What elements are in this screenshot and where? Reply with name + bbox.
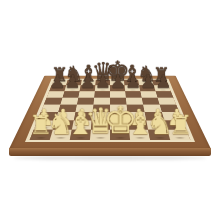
square-d3[interactable]	[92, 112, 110, 120]
square-e1[interactable]: ♚	[110, 130, 130, 140]
piece-black-rook: ♜	[152, 65, 169, 84]
square-b5[interactable]	[60, 98, 78, 105]
piece-contact-shadow	[112, 136, 127, 139]
piece-contact-shadow	[152, 136, 168, 139]
piece-black-rook: ♜	[50, 65, 67, 84]
square-h5[interactable]	[158, 98, 177, 105]
square-a2[interactable]: ♟	[34, 121, 56, 130]
square-c4[interactable]	[75, 105, 93, 113]
square-g5[interactable]	[142, 98, 160, 105]
square-f4[interactable]	[127, 105, 145, 113]
piece-contact-shadow	[172, 136, 188, 139]
square-a1[interactable]: ♜	[30, 130, 53, 140]
board-front-edge	[9, 148, 211, 156]
square-e2[interactable]: ♟	[110, 121, 129, 130]
chess-set-photo: ♜♞♝♛♚♝♞♜♟♟♟♟♟♟♟♟♟♟♟♟♟♟♟♟♜♞♝♛♚♝♞♜	[0, 0, 220, 218]
square-d4[interactable]	[93, 105, 110, 113]
chess-board: ♜♞♝♛♚♝♞♜♟♟♟♟♟♟♟♟♟♟♟♟♟♟♟♟♜♞♝♛♚♝♞♜	[9, 76, 211, 149]
square-e3[interactable]	[110, 112, 128, 120]
square-h1[interactable]: ♜	[167, 130, 190, 140]
square-c3[interactable]	[74, 112, 93, 120]
square-d1[interactable]: ♛	[90, 130, 110, 140]
square-b4[interactable]	[58, 105, 77, 113]
board-drop-shadow	[14, 156, 206, 160]
square-c2[interactable]: ♟	[72, 121, 92, 130]
piece-contact-shadow	[52, 136, 68, 139]
piece-contact-shadow	[132, 136, 148, 139]
square-b1[interactable]: ♞	[50, 130, 72, 140]
piece-contact-shadow	[32, 136, 48, 139]
square-b2[interactable]: ♟	[53, 121, 74, 130]
piece-contact-shadow	[72, 136, 88, 139]
piece-contact-shadow	[92, 136, 107, 139]
square-f2[interactable]: ♟	[128, 121, 148, 130]
board-grid: ♜♞♝♛♚♝♞♜♟♟♟♟♟♟♟♟♟♟♟♟♟♟♟♟♜♞♝♛♚♝♞♜	[25, 79, 195, 142]
square-d5[interactable]	[93, 98, 110, 105]
square-f1[interactable]: ♝	[129, 130, 150, 140]
square-b3[interactable]	[56, 112, 76, 120]
square-e5[interactable]	[110, 98, 127, 105]
square-f5[interactable]	[126, 98, 143, 105]
square-c5[interactable]	[77, 98, 94, 105]
square-f3[interactable]	[127, 112, 146, 120]
square-h3[interactable]	[162, 112, 183, 120]
square-d2[interactable]: ♟	[91, 121, 110, 130]
square-h4[interactable]	[160, 105, 180, 113]
square-c1[interactable]: ♝	[70, 130, 91, 140]
square-e4[interactable]	[110, 105, 127, 113]
square-h2[interactable]: ♟	[164, 121, 186, 130]
